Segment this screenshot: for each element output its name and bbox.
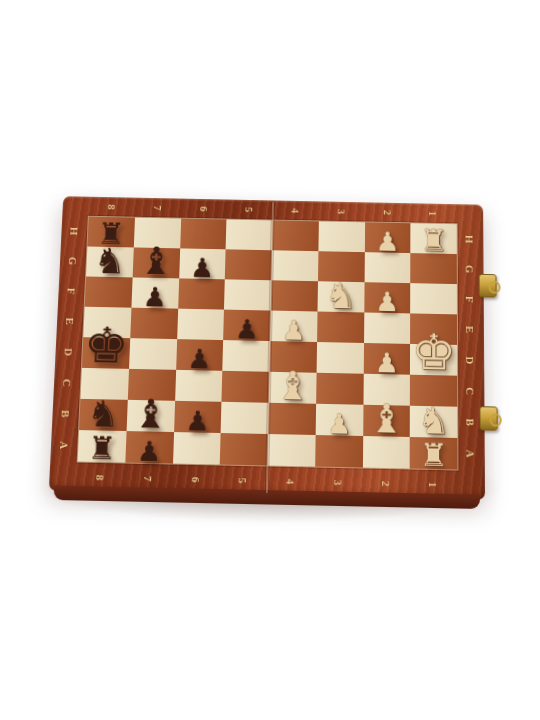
square-d2[interactable]: ♟ [363, 343, 410, 375]
square-f2[interactable]: ♟ [364, 282, 411, 313]
piece-black-pawn-e5[interactable]: ♟ [235, 316, 260, 343]
square-d5[interactable] [223, 340, 271, 372]
brass-latch-top [479, 273, 497, 297]
piece-black-pawn-g6[interactable]: ♟ [190, 254, 215, 281]
square-g8[interactable]: ♞ [86, 246, 133, 277]
piece-black-knight-g8[interactable]: ♞ [93, 244, 126, 279]
square-b3[interactable]: ♟ [315, 404, 363, 436]
square-b2[interactable]: ♝ [363, 405, 410, 437]
square-b6[interactable]: ♟ [174, 401, 222, 433]
square-c6[interactable] [175, 370, 223, 402]
rank-label-top-3: 3 [331, 189, 352, 234]
square-e2[interactable] [364, 312, 411, 343]
square-b7[interactable]: ♝ [126, 400, 174, 432]
square-g5[interactable] [225, 249, 272, 280]
file-label-left-e: E [54, 308, 86, 335]
rank-label-top-2: 2 [377, 190, 398, 235]
square-e7[interactable] [130, 308, 178, 339]
square-c4[interactable]: ♝ [269, 372, 317, 404]
rank-label-bottom-5: 5 [229, 457, 258, 505]
file-label-left-c: C [51, 369, 83, 397]
piece-black-bishop-b7[interactable]: ♝ [132, 394, 169, 434]
rank-label-top-8: 8 [101, 185, 124, 230]
square-a1[interactable]: ♜ [410, 437, 458, 470]
piece-white-rook-a1[interactable]: ♜ [420, 439, 448, 471]
square-g2[interactable] [364, 252, 410, 283]
file-label-left-a: A [48, 431, 81, 459]
square-g4[interactable] [271, 250, 318, 281]
page: { "game": "chess", "scene": "folding woo… [0, 0, 540, 720]
square-a8[interactable]: ♜ [78, 430, 127, 462]
rank-label-top-5: 5 [239, 188, 261, 233]
square-e5[interactable]: ♟ [223, 310, 270, 341]
piece-white-pawn-e4[interactable]: ♟ [281, 317, 306, 344]
piece-black-pawn-b6[interactable]: ♟ [185, 407, 210, 435]
square-g7[interactable]: ♝ [132, 247, 179, 278]
latch-hook-icon [489, 280, 501, 293]
square-c5[interactable] [222, 371, 270, 403]
product-photo: 87654321 87654321 HGFEDCBA HGFEDCBA ♜♟♜♞… [0, 0, 540, 720]
file-label-right-h: H [455, 226, 486, 253]
rank-label-bottom-2: 2 [372, 460, 400, 508]
file-label-left-h: H [59, 218, 91, 245]
square-d8[interactable]: ♚ [82, 337, 130, 369]
square-c3[interactable] [316, 373, 363, 405]
file-labels-right: HGFEDCBA [457, 224, 485, 470]
file-label-left-d: D [53, 339, 85, 366]
square-d7[interactable] [129, 338, 177, 370]
piece-white-pawn-b3[interactable]: ♟ [327, 410, 352, 438]
rank-label-top-7: 7 [147, 186, 169, 231]
rank-label-top-4: 4 [285, 188, 306, 233]
piece-black-knight-b8[interactable]: ♞ [86, 396, 120, 433]
piece-black-pawn-a7[interactable]: ♟ [136, 437, 162, 465]
square-d1[interactable]: ♚ [410, 344, 457, 376]
square-e3[interactable] [317, 312, 364, 343]
piece-white-bishop-c4[interactable]: ♝ [275, 366, 311, 406]
square-d3[interactable] [316, 342, 363, 374]
piece-white-bishop-b2[interactable]: ♝ [369, 399, 405, 439]
piece-white-knight-b1[interactable]: ♞ [417, 403, 450, 440]
piece-white-knight-f3[interactable]: ♞ [324, 278, 357, 314]
piece-white-pawn-f2[interactable]: ♟ [375, 288, 399, 315]
square-f8[interactable] [85, 276, 133, 307]
rank-label-bottom-4: 4 [277, 458, 305, 506]
piece-black-pawn-d6[interactable]: ♟ [187, 345, 212, 372]
square-f3[interactable]: ♞ [317, 281, 364, 312]
square-f1[interactable] [410, 283, 457, 314]
square-b1[interactable]: ♞ [410, 406, 457, 438]
square-b8[interactable]: ♞ [79, 399, 127, 431]
rank-label-bottom-6: 6 [181, 456, 210, 504]
square-f5[interactable] [224, 279, 271, 310]
piece-black-bishop-g7[interactable]: ♝ [138, 242, 174, 280]
file-label-right-c: C [455, 378, 486, 406]
rank-labels-bottom: 87654321 [76, 464, 457, 500]
brass-latch-bottom [479, 406, 497, 431]
file-label-right-d: D [455, 347, 486, 374]
piece-black-rook-a8[interactable]: ♜ [87, 432, 116, 464]
square-g6[interactable]: ♟ [179, 248, 226, 279]
square-b5[interactable] [221, 402, 269, 434]
file-label-left-g: G [57, 248, 89, 275]
piece-black-king-d8[interactable]: ♚ [83, 320, 130, 370]
piece-white-pawn-d2[interactable]: ♟ [375, 349, 399, 376]
square-f6[interactable] [178, 278, 225, 309]
file-label-right-a: A [455, 440, 487, 468]
chess-board: 87654321 87654321 HGFEDCBA HGFEDCBA ♜♟♜♞… [49, 196, 485, 500]
piece-white-king-d1[interactable]: ♚ [411, 327, 456, 377]
piece-black-pawn-f7[interactable]: ♟ [142, 283, 167, 310]
square-e4[interactable]: ♟ [270, 311, 317, 342]
square-d6[interactable]: ♟ [176, 339, 224, 371]
rank-label-bottom-3: 3 [324, 459, 352, 507]
file-label-left-b: B [50, 400, 83, 428]
square-g1[interactable] [410, 253, 456, 284]
latch-hook-icon [490, 413, 502, 426]
file-label-left-f: F [56, 278, 88, 305]
file-label-right-e: E [455, 316, 486, 343]
rank-label-top-1: 1 [423, 191, 444, 236]
rank-label-top-6: 6 [193, 187, 215, 232]
square-f4[interactable] [271, 280, 318, 311]
square-e6[interactable] [177, 309, 225, 340]
